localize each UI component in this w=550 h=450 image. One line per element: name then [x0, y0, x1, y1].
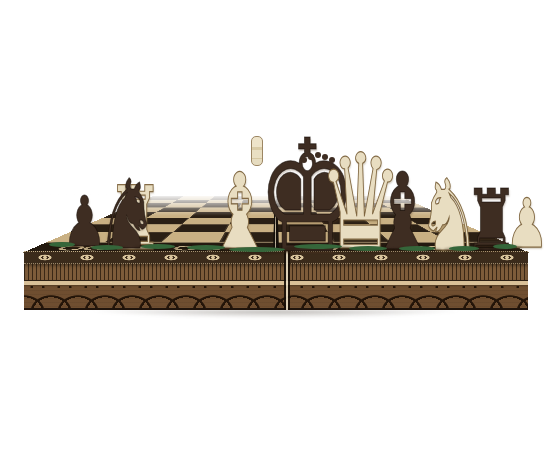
piece-lineup: ♟♜♞♝♚♛♝♞♜♟ — [0, 0, 550, 450]
photo-stage: ♟♜♞♝♚♛♝♞♜♟ — [0, 0, 550, 450]
queen-crown-tip — [308, 154, 314, 160]
base-felt — [141, 244, 176, 249]
base-felt — [399, 246, 435, 251]
queen-crown-tip — [315, 152, 321, 158]
queen-crown-tip — [329, 157, 335, 163]
queen-crown-tip — [301, 157, 307, 163]
king-cream-finial — [251, 136, 263, 166]
queen-crown-tip — [322, 154, 328, 160]
base-felt — [49, 242, 74, 247]
base-felt — [294, 244, 342, 249]
base-felt — [449, 246, 480, 251]
base-felt — [229, 247, 285, 252]
base-felt — [91, 245, 123, 250]
base-felt — [349, 246, 388, 251]
base-felt — [493, 244, 517, 249]
